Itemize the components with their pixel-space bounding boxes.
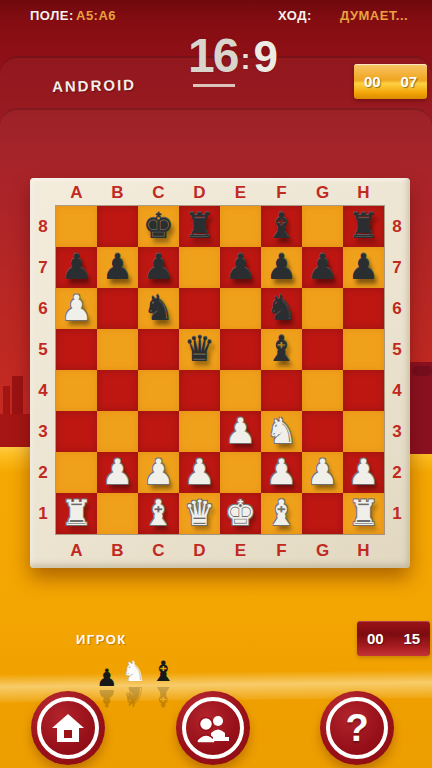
square-c5[interactable] [138,329,179,370]
square-f4[interactable] [261,370,302,411]
question-mark-icon: ? [345,709,368,747]
square-f6[interactable]: ♞ [261,288,302,329]
rank-label-5: 5 [30,329,56,370]
opponent-score-right: 07 [400,73,417,90]
opponent-name: ANDROID [52,76,136,95]
square-f2[interactable]: ♟ [261,452,302,493]
square-e4[interactable] [220,370,261,411]
clock-seconds: 9 [253,32,277,82]
square-b4[interactable] [97,370,138,411]
black-pawn-piece: ♟ [348,247,379,288]
square-b8[interactable] [97,206,138,247]
square-f3[interactable]: ♞ [261,411,302,452]
square-h1[interactable]: ♜ [343,493,384,534]
file-label-B: B [97,179,138,206]
file-label-D: D [179,179,220,206]
game-clock: 16 : 9 [188,30,278,82]
black-rook-piece: ♜ [184,206,215,247]
rank-labels-left: 87654321 [30,206,56,534]
white-pawn-piece: ♟ [184,452,215,493]
captured-pieces-tray: ♟♟♞♞♝♝ [96,658,176,710]
black-queen-piece: ♛ [184,329,215,370]
skyline-silhouette [410,362,432,454]
black-bishop-piece: ♝ [266,329,297,370]
rank-label-4: 4 [384,370,410,411]
black-pawn-piece: ♟ [307,247,338,288]
button-ring [182,697,244,759]
clock-underline [193,84,235,87]
white-bishop-piece: ♝ [143,493,174,534]
white-knight-piece: ♞ [266,411,297,452]
square-c4[interactable] [138,370,179,411]
square-f5[interactable]: ♝ [261,329,302,370]
square-d3[interactable] [179,411,220,452]
square-b2[interactable]: ♟ [97,452,138,493]
players-button[interactable] [176,691,250,765]
file-label-A: A [56,535,97,566]
square-g7[interactable]: ♟ [302,247,343,288]
square-e5[interactable] [220,329,261,370]
black-knight-piece: ♞ [143,288,174,329]
square-d1[interactable]: ♛ [179,493,220,534]
file-labels-bottom: ABCDEFGH [56,535,384,566]
square-d8[interactable]: ♜ [179,206,220,247]
white-pawn-piece: ♟ [225,411,256,452]
black-pawn-piece: ♟ [102,247,133,288]
last-move-value: A5:A6 [76,8,116,23]
file-label-H: H [343,535,384,566]
rank-label-8: 8 [30,206,56,247]
captured-white-knight: ♞♞ [122,658,147,710]
white-pawn-piece: ♟ [143,452,174,493]
file-label-C: C [138,179,179,206]
black-pawn-piece: ♟ [143,247,174,288]
white-pawn-piece: ♟ [61,288,92,329]
black-bishop-piece: ♝ [266,206,297,247]
black-knight-piece: ♞ [266,288,297,329]
turn-status: ДУМАЕТ... [340,8,408,23]
opponent-score: 00 07 [354,64,427,99]
square-d4[interactable] [179,370,220,411]
square-b7[interactable]: ♟ [97,247,138,288]
rank-label-6: 6 [30,288,56,329]
white-king-piece: ♚ [225,493,256,534]
white-pawn-piece: ♟ [348,452,379,493]
field-label: ПОЛЕ: [30,8,74,23]
square-c1[interactable]: ♝ [138,493,179,534]
black-pawn-piece: ♟ [61,247,92,288]
file-label-D: D [179,535,220,566]
white-pawn-piece: ♟ [266,452,297,493]
clock-minutes: 16 [188,30,237,82]
white-rook-piece: ♜ [348,493,379,534]
rank-label-2: 2 [384,452,410,493]
square-d6[interactable] [179,288,220,329]
square-e1[interactable]: ♚ [220,493,261,534]
file-label-C: C [138,535,179,566]
opponent-score-left: 00 [364,73,381,90]
square-b6[interactable] [97,288,138,329]
square-e8[interactable] [220,206,261,247]
square-g4[interactable] [302,370,343,411]
white-bishop-piece: ♝ [266,493,297,534]
rank-label-2: 2 [30,452,56,493]
square-g2[interactable]: ♟ [302,452,343,493]
square-d7[interactable] [179,247,220,288]
home-icon [51,712,85,744]
turn-label: ХОД: [278,8,312,23]
square-h3[interactable] [343,411,384,452]
square-f7[interactable]: ♟ [261,247,302,288]
file-label-H: H [343,179,384,206]
square-b5[interactable] [97,329,138,370]
square-h7[interactable]: ♟ [343,247,384,288]
square-g8[interactable] [302,206,343,247]
rank-label-3: 3 [384,411,410,452]
black-king-piece: ♚ [143,206,174,247]
players-icon [195,713,231,743]
square-a6[interactable]: ♟ [56,288,97,329]
white-queen-piece: ♛ [184,493,215,534]
player-score-right: 15 [403,630,420,647]
file-label-B: B [97,535,138,566]
rank-label-1: 1 [30,493,56,534]
rank-labels-right: 87654321 [384,206,410,534]
square-c2[interactable]: ♟ [138,452,179,493]
square-h2[interactable]: ♟ [343,452,384,493]
button-ring [37,697,99,759]
square-g3[interactable] [302,411,343,452]
rank-label-8: 8 [384,206,410,247]
square-f8[interactable]: ♝ [261,206,302,247]
square-e3[interactable]: ♟ [220,411,261,452]
square-a1[interactable]: ♜ [56,493,97,534]
rank-label-7: 7 [384,247,410,288]
file-label-E: E [220,179,261,206]
rank-label-7: 7 [30,247,56,288]
square-c6[interactable]: ♞ [138,288,179,329]
square-e7[interactable]: ♟ [220,247,261,288]
file-label-F: F [261,535,302,566]
square-g6[interactable] [302,288,343,329]
square-h6[interactable] [343,288,384,329]
file-label-E: E [220,535,261,566]
player-score-left: 00 [367,630,384,647]
file-label-A: A [56,179,97,206]
square-a2[interactable] [56,452,97,493]
rank-label-4: 4 [30,370,56,411]
white-pawn-piece: ♟ [102,452,133,493]
player-name: ИГРОК [76,632,127,647]
square-h5[interactable] [343,329,384,370]
button-ring: ? [326,697,388,759]
chess-board[interactable]: ♚♜♝♜♟♟♟♟♟♟♟♟♞♞♛♝♟♞♟♟♟♟♟♟♜♝♛♚♝♜ [56,206,384,534]
file-labels-top: ABCDEFGH [56,179,384,206]
clock-separator: : [240,36,250,82]
square-b3[interactable] [97,411,138,452]
square-e2[interactable] [220,452,261,493]
square-f1[interactable]: ♝ [261,493,302,534]
square-a4[interactable] [56,370,97,411]
chess-board-frame: ABCDEFGH 87654321 ♚♜♝♜♟♟♟♟♟♟♟♟♞♞♛♝♟♞♟♟♟♟… [30,178,410,568]
rank-label-3: 3 [30,411,56,452]
square-a5[interactable] [56,329,97,370]
home-button[interactable] [31,691,105,765]
square-e6[interactable] [220,288,261,329]
square-c8[interactable]: ♚ [138,206,179,247]
square-b1[interactable] [97,493,138,534]
square-c7[interactable]: ♟ [138,247,179,288]
square-a8[interactable] [56,206,97,247]
square-g1[interactable] [302,493,343,534]
square-d2[interactable]: ♟ [179,452,220,493]
white-rook-piece: ♜ [61,493,92,534]
rank-label-6: 6 [384,288,410,329]
square-h4[interactable] [343,370,384,411]
captured-black-pawn: ♟♟ [96,666,118,710]
black-pawn-piece: ♟ [266,247,297,288]
rank-label-1: 1 [384,493,410,534]
square-c3[interactable] [138,411,179,452]
square-d5[interactable]: ♛ [179,329,220,370]
file-label-F: F [261,179,302,206]
app-screen: ПОЛЕ: A5:A6 ХОД: ДУМАЕТ... 16 : 9 ANDROI… [0,0,432,768]
square-a3[interactable] [56,411,97,452]
white-pawn-piece: ♟ [307,452,338,493]
help-button[interactable]: ? [320,691,394,765]
black-pawn-piece: ♟ [225,247,256,288]
rank-label-5: 5 [384,329,410,370]
skyline-silhouette [0,376,30,447]
black-rook-piece: ♜ [348,206,379,247]
square-a7[interactable]: ♟ [56,247,97,288]
file-label-G: G [302,179,343,206]
square-h8[interactable]: ♜ [343,206,384,247]
captured-black-bishop: ♝♝ [151,658,176,710]
square-g5[interactable] [302,329,343,370]
file-label-G: G [302,535,343,566]
player-score: 00 15 [357,621,430,656]
